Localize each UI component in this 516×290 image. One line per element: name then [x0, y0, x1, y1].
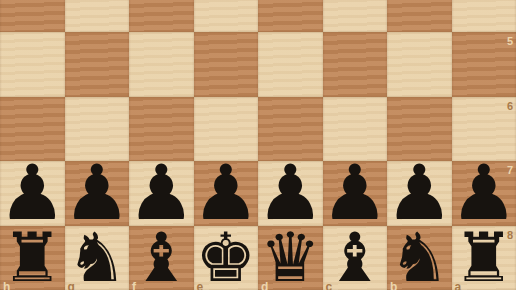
coord-rank-6: 6 [507, 101, 513, 112]
square-f4[interactable] [129, 0, 194, 32]
coord-rank-7: 7 [507, 165, 513, 176]
square-c7[interactable]: ♟ [323, 161, 388, 226]
square-e4[interactable] [194, 0, 259, 32]
square-f8[interactable]: ♝f [129, 226, 194, 290]
square-h4[interactable] [0, 0, 65, 32]
coord-file-b: b [390, 281, 397, 290]
piece-black-knight[interactable]: ♞ [389, 226, 450, 290]
coord-file-g: g [68, 281, 75, 290]
square-c4[interactable] [323, 0, 388, 32]
square-b8[interactable]: ♞b [387, 226, 452, 290]
coord-file-h: h [3, 281, 10, 290]
square-f5[interactable] [129, 32, 194, 97]
square-h8[interactable]: ♜h [0, 226, 65, 290]
coord-file-f: f [132, 281, 136, 290]
square-e8[interactable]: ♚e [194, 226, 259, 290]
square-a7[interactable]: ♟7 [452, 161, 516, 226]
coord-rank-8: 8 [507, 230, 513, 241]
square-h5[interactable] [0, 32, 65, 97]
chess-board[interactable]: ♖♘♗♔♕♗♘♖1♙♙♙♙♙♙♙♙23456♟♟♟♟♟♟♟♟7♜h♞g♝f♚e♛… [0, 0, 516, 290]
piece-black-pawn[interactable]: ♟ [385, 161, 453, 226]
piece-black-pawn[interactable]: ♟ [127, 161, 195, 226]
piece-black-pawn[interactable]: ♟ [256, 161, 324, 226]
coord-file-a: a [455, 281, 462, 290]
piece-black-king[interactable]: ♚ [195, 226, 256, 290]
square-g7[interactable]: ♟ [65, 161, 130, 226]
coord-file-c: c [326, 281, 333, 290]
coord-rank-5: 5 [507, 36, 513, 47]
square-e7[interactable]: ♟ [194, 161, 259, 226]
square-b5[interactable] [387, 32, 452, 97]
piece-black-queen[interactable]: ♛ [260, 226, 321, 290]
coord-file-d: d [261, 281, 268, 290]
piece-black-bishop[interactable]: ♝ [131, 226, 192, 290]
piece-black-pawn[interactable]: ♟ [321, 161, 389, 226]
square-g8[interactable]: ♞g [65, 226, 130, 290]
square-f7[interactable]: ♟ [129, 161, 194, 226]
square-d8[interactable]: ♛d [258, 226, 323, 290]
square-e5[interactable] [194, 32, 259, 97]
piece-black-knight[interactable]: ♞ [66, 226, 127, 290]
square-b7[interactable]: ♟ [387, 161, 452, 226]
square-a4[interactable]: 4 [452, 0, 516, 32]
square-d7[interactable]: ♟ [258, 161, 323, 226]
square-h7[interactable]: ♟ [0, 161, 65, 226]
square-g5[interactable] [65, 32, 130, 97]
square-b4[interactable] [387, 0, 452, 32]
square-a8[interactable]: ♜8a [452, 226, 516, 290]
square-c5[interactable] [323, 32, 388, 97]
piece-black-pawn[interactable]: ♟ [0, 161, 66, 226]
square-d5[interactable] [258, 32, 323, 97]
coord-file-e: e [197, 281, 204, 290]
piece-black-rook[interactable]: ♜ [2, 226, 63, 290]
piece-black-pawn[interactable]: ♟ [63, 161, 131, 226]
square-d4[interactable] [258, 0, 323, 32]
square-g4[interactable] [65, 0, 130, 32]
piece-black-bishop[interactable]: ♝ [324, 226, 385, 290]
square-a5[interactable]: 5 [452, 32, 516, 97]
piece-black-pawn[interactable]: ♟ [192, 161, 260, 226]
square-c8[interactable]: ♝c [323, 226, 388, 290]
chess-board-viewport: ♖♘♗♔♕♗♘♖1♙♙♙♙♙♙♙♙23456♟♟♟♟♟♟♟♟7♜h♞g♝f♚e♛… [0, 0, 516, 290]
piece-black-rook[interactable]: ♜ [453, 226, 514, 290]
